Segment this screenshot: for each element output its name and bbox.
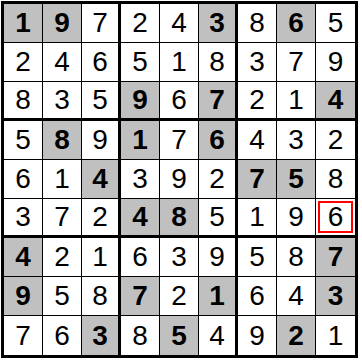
- sudoku-cell-r5c8[interactable]: 5: [277, 160, 316, 199]
- sudoku-cell-r4c5[interactable]: 7: [160, 121, 199, 160]
- sudoku-cell-r5c7[interactable]: 7: [238, 160, 277, 199]
- sudoku-cell-r8c4[interactable]: 7: [121, 277, 160, 316]
- sudoku-cell-r4c1[interactable]: 5: [4, 121, 43, 160]
- sudoku-cell-r4c7[interactable]: 4: [238, 121, 277, 160]
- sudoku-cell-r9c7[interactable]: 9: [238, 316, 277, 355]
- sudoku-cell-r4c2[interactable]: 8: [43, 121, 82, 160]
- sudoku-cell-r2c7[interactable]: 3: [238, 43, 277, 82]
- sudoku-cell-r9c6[interactable]: 4: [199, 316, 238, 355]
- sudoku-cell-r2c1[interactable]: 2: [4, 43, 43, 82]
- sudoku-cell-r8c2[interactable]: 5: [43, 277, 82, 316]
- sudoku-cell-r6c7[interactable]: 1: [238, 199, 277, 238]
- sudoku-cell-r5c4[interactable]: 3: [121, 160, 160, 199]
- sudoku-cell-r2c6[interactable]: 8: [199, 43, 238, 82]
- sudoku-cell-r4c6[interactable]: 6: [199, 121, 238, 160]
- sudoku-cell-r9c2[interactable]: 6: [43, 316, 82, 355]
- sudoku-cell-r2c9[interactable]: 9: [316, 43, 355, 82]
- sudoku-cell-r6c8[interactable]: 9: [277, 199, 316, 238]
- sudoku-cell-r3c3[interactable]: 5: [82, 82, 121, 121]
- sudoku-cell-r5c1[interactable]: 6: [4, 160, 43, 199]
- sudoku-cell-r8c8[interactable]: 4: [277, 277, 316, 316]
- sudoku-cell-r7c3[interactable]: 1: [82, 238, 121, 277]
- sudoku-cell-r6c3[interactable]: 2: [82, 199, 121, 238]
- sudoku-cell-r1c4[interactable]: 2: [121, 4, 160, 43]
- sudoku-cell-r1c2[interactable]: 9: [43, 4, 82, 43]
- sudoku-cell-r4c9[interactable]: 2: [316, 121, 355, 160]
- sudoku-cell-r1c3[interactable]: 7: [82, 4, 121, 43]
- sudoku-cell-r3c1[interactable]: 8: [4, 82, 43, 121]
- sudoku-cell-r6c6[interactable]: 5: [199, 199, 238, 238]
- sudoku-cell-r4c3[interactable]: 9: [82, 121, 121, 160]
- sudoku-cell-r7c7[interactable]: 5: [238, 238, 277, 277]
- sudoku-cell-r5c2[interactable]: 1: [43, 160, 82, 199]
- sudoku-cell-r5c5[interactable]: 9: [160, 160, 199, 199]
- sudoku-cell-r8c9[interactable]: 3: [316, 277, 355, 316]
- sudoku-cell-r3c8[interactable]: 1: [277, 82, 316, 121]
- sudoku-cell-r7c2[interactable]: 2: [43, 238, 82, 277]
- sudoku-cell-r8c6[interactable]: 1: [199, 277, 238, 316]
- sudoku-cell-r9c8[interactable]: 2: [277, 316, 316, 355]
- sudoku-cell-r3c2[interactable]: 3: [43, 82, 82, 121]
- sudoku-cell-r1c8[interactable]: 6: [277, 4, 316, 43]
- sudoku-cell-r9c9[interactable]: 1: [316, 316, 355, 355]
- sudoku-cell-r5c9[interactable]: 8: [316, 160, 355, 199]
- sudoku-board: 1972438652465183798359672145891764326143…: [1, 1, 358, 358]
- sudoku-cell-r3c5[interactable]: 6: [160, 82, 199, 121]
- sudoku-cell-r3c9[interactable]: 4: [316, 82, 355, 121]
- sudoku-cell-r6c1[interactable]: 3: [4, 199, 43, 238]
- sudoku-cell-r7c5[interactable]: 3: [160, 238, 199, 277]
- sudoku-cell-r3c4[interactable]: 9: [121, 82, 160, 121]
- sudoku-cell-r8c7[interactable]: 6: [238, 277, 277, 316]
- sudoku-cell-r9c5[interactable]: 5: [160, 316, 199, 355]
- sudoku-cell-r6c2[interactable]: 7: [43, 199, 82, 238]
- sudoku-cell-r8c1[interactable]: 9: [4, 277, 43, 316]
- sudoku-cell-r6c4[interactable]: 4: [121, 199, 160, 238]
- sudoku-cell-r3c6[interactable]: 7: [199, 82, 238, 121]
- sudoku-cell-r6c9[interactable]: 6: [316, 199, 355, 238]
- sudoku-cell-r5c3[interactable]: 4: [82, 160, 121, 199]
- sudoku-cell-r4c8[interactable]: 3: [277, 121, 316, 160]
- sudoku-cell-r8c3[interactable]: 8: [82, 277, 121, 316]
- sudoku-cell-r1c5[interactable]: 4: [160, 4, 199, 43]
- sudoku-cell-r2c2[interactable]: 4: [43, 43, 82, 82]
- sudoku-cell-r2c5[interactable]: 1: [160, 43, 199, 82]
- sudoku-cell-r8c5[interactable]: 2: [160, 277, 199, 316]
- sudoku-cell-r1c9[interactable]: 5: [316, 4, 355, 43]
- sudoku-cell-r9c4[interactable]: 8: [121, 316, 160, 355]
- sudoku-cell-r7c4[interactable]: 6: [121, 238, 160, 277]
- sudoku-cell-r7c1[interactable]: 4: [4, 238, 43, 277]
- sudoku-cell-r1c1[interactable]: 1: [4, 4, 43, 43]
- sudoku-cell-r2c3[interactable]: 6: [82, 43, 121, 82]
- sudoku-cell-r2c8[interactable]: 7: [277, 43, 316, 82]
- sudoku-cell-r2c4[interactable]: 5: [121, 43, 160, 82]
- sudoku-cell-r5c6[interactable]: 2: [199, 160, 238, 199]
- sudoku-cell-r7c9[interactable]: 7: [316, 238, 355, 277]
- sudoku-cell-r3c7[interactable]: 2: [238, 82, 277, 121]
- sudoku-cell-r6c5[interactable]: 8: [160, 199, 199, 238]
- sudoku-cell-r9c3[interactable]: 3: [82, 316, 121, 355]
- sudoku-cell-r4c4[interactable]: 1: [121, 121, 160, 160]
- sudoku-cell-r7c6[interactable]: 9: [199, 238, 238, 277]
- sudoku-cell-r1c7[interactable]: 8: [238, 4, 277, 43]
- sudoku-cell-r7c8[interactable]: 8: [277, 238, 316, 277]
- sudoku-cell-r1c6[interactable]: 3: [199, 4, 238, 43]
- sudoku-cell-r9c1[interactable]: 7: [4, 316, 43, 355]
